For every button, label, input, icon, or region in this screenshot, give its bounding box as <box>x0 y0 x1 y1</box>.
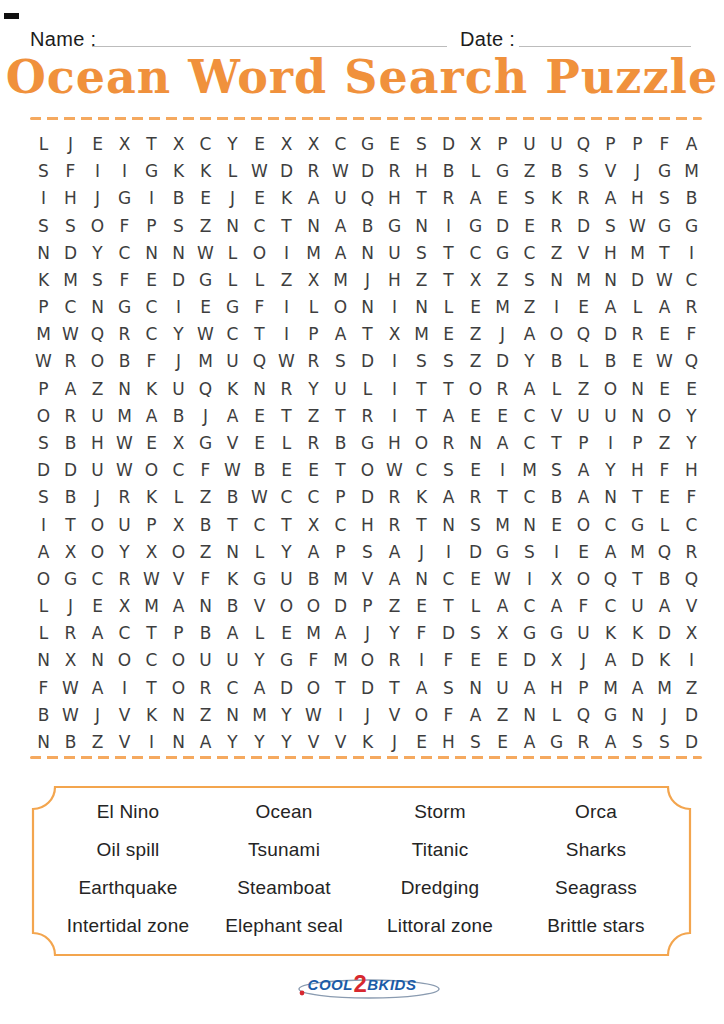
grid-cell-r1c7[interactable]: C <box>192 131 219 158</box>
grid-cell-r6c10[interactable]: Z <box>273 267 300 294</box>
grid-cell-r1c10[interactable]: X <box>273 131 300 158</box>
grid-cell-r22c6[interactable]: N <box>165 702 192 729</box>
grid-cell-r22c15[interactable]: O <box>408 702 435 729</box>
grid-cell-r7c24[interactable]: A <box>651 294 678 321</box>
grid-cell-r23c20[interactable]: G <box>543 729 570 756</box>
grid-cell-r4c5[interactable]: P <box>138 213 165 240</box>
grid-cell-r14c12[interactable]: P <box>327 484 354 511</box>
grid-cell-r11c13[interactable]: R <box>354 403 381 430</box>
grid-cell-r10c2[interactable]: A <box>57 376 84 403</box>
grid-cell-r17c25[interactable]: Q <box>678 566 705 593</box>
grid-cell-r13c1[interactable]: D <box>30 457 57 484</box>
grid-cell-r5c25[interactable]: I <box>678 240 705 267</box>
grid-cell-r23c23[interactable]: S <box>624 729 651 756</box>
grid-cell-r17c8[interactable]: K <box>219 566 246 593</box>
grid-cell-r12c5[interactable]: E <box>138 430 165 457</box>
grid-cell-r11c11[interactable]: Z <box>300 403 327 430</box>
grid-cell-r2c18[interactable]: G <box>489 158 516 185</box>
grid-cell-r23c25[interactable]: D <box>678 729 705 756</box>
grid-cell-r17c19[interactable]: I <box>516 566 543 593</box>
grid-cell-r14c2[interactable]: B <box>57 484 84 511</box>
grid-cell-r20c7[interactable]: U <box>192 647 219 674</box>
grid-cell-r22c7[interactable]: Z <box>192 702 219 729</box>
grid-cell-r14c7[interactable]: Z <box>192 484 219 511</box>
grid-cell-r11c4[interactable]: M <box>111 403 138 430</box>
grid-cell-r16c8[interactable]: N <box>219 539 246 566</box>
grid-cell-r5c14[interactable]: U <box>381 240 408 267</box>
grid-cell-r11c2[interactable]: R <box>57 403 84 430</box>
grid-cell-r19c15[interactable]: F <box>408 620 435 647</box>
grid-cell-r2c19[interactable]: Z <box>516 158 543 185</box>
grid-cell-r17c18[interactable]: W <box>489 566 516 593</box>
grid-cell-r14c25[interactable]: F <box>678 484 705 511</box>
grid-cell-r4c4[interactable]: F <box>111 213 138 240</box>
grid-cell-r13c9[interactable]: B <box>246 457 273 484</box>
grid-cell-r15c21[interactable]: O <box>570 511 597 538</box>
grid-cell-r2c2[interactable]: F <box>57 158 84 185</box>
grid-cell-r6c18[interactable]: Z <box>489 267 516 294</box>
grid-cell-r17c20[interactable]: X <box>543 566 570 593</box>
grid-cell-r13c19[interactable]: M <box>516 457 543 484</box>
grid-cell-r18c12[interactable]: D <box>327 593 354 620</box>
grid-cell-r10c25[interactable]: E <box>678 376 705 403</box>
grid-cell-r10c23[interactable]: N <box>624 376 651 403</box>
grid-cell-r4c16[interactable]: I <box>435 213 462 240</box>
grid-cell-r6c2[interactable]: M <box>57 267 84 294</box>
grid-cell-r12c1[interactable]: S <box>30 430 57 457</box>
grid-cell-r20c24[interactable]: K <box>651 647 678 674</box>
grid-cell-r20c17[interactable]: E <box>462 647 489 674</box>
grid-cell-r8c11[interactable]: P <box>300 321 327 348</box>
grid-cell-r8c16[interactable]: E <box>435 321 462 348</box>
grid-cell-r6c17[interactable]: X <box>462 267 489 294</box>
grid-cell-r12c19[interactable]: C <box>516 430 543 457</box>
grid-cell-r19c24[interactable]: D <box>651 620 678 647</box>
grid-cell-r3c2[interactable]: H <box>57 185 84 212</box>
grid-cell-r20c25[interactable]: I <box>678 647 705 674</box>
grid-cell-r12c23[interactable]: P <box>624 430 651 457</box>
grid-cell-r10c8[interactable]: K <box>219 376 246 403</box>
grid-cell-r21c23[interactable]: A <box>624 674 651 701</box>
grid-cell-r4c1[interactable]: S <box>30 213 57 240</box>
grid-cell-r13c16[interactable]: S <box>435 457 462 484</box>
grid-cell-r1c22[interactable]: P <box>597 131 624 158</box>
grid-cell-r18c4[interactable]: X <box>111 593 138 620</box>
grid-cell-r20c9[interactable]: Y <box>246 647 273 674</box>
grid-cell-r21c7[interactable]: R <box>192 674 219 701</box>
grid-cell-r5c3[interactable]: Y <box>84 240 111 267</box>
grid-cell-r8c17[interactable]: Z <box>462 321 489 348</box>
grid-cell-r10c11[interactable]: Y <box>300 376 327 403</box>
grid-cell-r14c16[interactable]: A <box>435 484 462 511</box>
grid-cell-r3c9[interactable]: E <box>246 185 273 212</box>
grid-cell-r15c8[interactable]: T <box>219 511 246 538</box>
grid-cell-r11c8[interactable]: A <box>219 403 246 430</box>
grid-cell-r13c4[interactable]: W <box>111 457 138 484</box>
grid-cell-r20c13[interactable]: O <box>354 647 381 674</box>
grid-cell-r18c5[interactable]: M <box>138 593 165 620</box>
grid-cell-r15c3[interactable]: O <box>84 511 111 538</box>
grid-cell-r8c9[interactable]: T <box>246 321 273 348</box>
grid-cell-r13c3[interactable]: U <box>84 457 111 484</box>
grid-cell-r23c5[interactable]: I <box>138 729 165 756</box>
grid-cell-r11c14[interactable]: I <box>381 403 408 430</box>
grid-cell-r21c19[interactable]: A <box>516 674 543 701</box>
grid-cell-r7c4[interactable]: G <box>111 294 138 321</box>
grid-cell-r15c10[interactable]: T <box>273 511 300 538</box>
grid-cell-r10c14[interactable]: I <box>381 376 408 403</box>
grid-cell-r6c24[interactable]: W <box>651 267 678 294</box>
grid-cell-r20c4[interactable]: O <box>111 647 138 674</box>
grid-cell-r13c2[interactable]: D <box>57 457 84 484</box>
grid-cell-r9c11[interactable]: R <box>300 348 327 375</box>
grid-cell-r6c1[interactable]: K <box>30 267 57 294</box>
grid-cell-r20c23[interactable]: D <box>624 647 651 674</box>
grid-cell-r2c10[interactable]: D <box>273 158 300 185</box>
grid-cell-r22c18[interactable]: Z <box>489 702 516 729</box>
grid-cell-r21c12[interactable]: T <box>327 674 354 701</box>
grid-cell-r14c11[interactable]: C <box>300 484 327 511</box>
grid-cell-r20c1[interactable]: N <box>30 647 57 674</box>
grid-cell-r15c24[interactable]: L <box>651 511 678 538</box>
grid-cell-r14c1[interactable]: S <box>30 484 57 511</box>
grid-cell-r10c21[interactable]: Z <box>570 376 597 403</box>
grid-cell-r23c8[interactable]: Y <box>219 729 246 756</box>
grid-cell-r4c20[interactable]: R <box>543 213 570 240</box>
grid-cell-r8c12[interactable]: A <box>327 321 354 348</box>
grid-cell-r21c14[interactable]: T <box>381 674 408 701</box>
grid-cell-r6c22[interactable]: N <box>597 267 624 294</box>
grid-cell-r10c19[interactable]: A <box>516 376 543 403</box>
grid-cell-r16c16[interactable]: I <box>435 539 462 566</box>
grid-cell-r11c23[interactable]: N <box>624 403 651 430</box>
grid-cell-r10c22[interactable]: O <box>597 376 624 403</box>
grid-cell-r7c25[interactable]: R <box>678 294 705 321</box>
grid-cell-r11c9[interactable]: E <box>246 403 273 430</box>
grid-cell-r23c9[interactable]: Y <box>246 729 273 756</box>
grid-cell-r14c13[interactable]: D <box>354 484 381 511</box>
grid-cell-r2c9[interactable]: W <box>246 158 273 185</box>
grid-cell-r4c19[interactable]: E <box>516 213 543 240</box>
grid-cell-r16c14[interactable]: A <box>381 539 408 566</box>
grid-cell-r3c5[interactable]: I <box>138 185 165 212</box>
grid-cell-r7c15[interactable]: N <box>408 294 435 321</box>
grid-cell-r13c8[interactable]: W <box>219 457 246 484</box>
grid-cell-r17c22[interactable]: Q <box>597 566 624 593</box>
grid-cell-r19c13[interactable]: J <box>354 620 381 647</box>
grid-cell-r16c21[interactable]: E <box>570 539 597 566</box>
grid-cell-r13c11[interactable]: E <box>300 457 327 484</box>
grid-cell-r4c3[interactable]: O <box>84 213 111 240</box>
grid-cell-r8c4[interactable]: R <box>111 321 138 348</box>
grid-cell-r9c12[interactable]: S <box>327 348 354 375</box>
grid-cell-r17c14[interactable]: A <box>381 566 408 593</box>
grid-cell-r16c2[interactable]: X <box>57 539 84 566</box>
grid-cell-r18c11[interactable]: O <box>300 593 327 620</box>
grid-cell-r6c5[interactable]: E <box>138 267 165 294</box>
grid-cell-r22c13[interactable]: J <box>354 702 381 729</box>
grid-cell-r10c1[interactable]: P <box>30 376 57 403</box>
grid-cell-r16c1[interactable]: A <box>30 539 57 566</box>
grid-cell-r21c16[interactable]: S <box>435 674 462 701</box>
grid-cell-r15c14[interactable]: R <box>381 511 408 538</box>
grid-cell-r16c15[interactable]: J <box>408 539 435 566</box>
grid-cell-r4c18[interactable]: D <box>489 213 516 240</box>
grid-cell-r18c10[interactable]: O <box>273 593 300 620</box>
grid-cell-r7c16[interactable]: L <box>435 294 462 321</box>
grid-cell-r19c12[interactable]: A <box>327 620 354 647</box>
grid-cell-r18c2[interactable]: J <box>57 593 84 620</box>
grid-cell-r2c4[interactable]: I <box>111 158 138 185</box>
grid-cell-r18c20[interactable]: A <box>543 593 570 620</box>
grid-cell-r23c22[interactable]: A <box>597 729 624 756</box>
grid-cell-r19c1[interactable]: L <box>30 620 57 647</box>
grid-cell-r3c14[interactable]: H <box>381 185 408 212</box>
grid-cell-r8c24[interactable]: E <box>651 321 678 348</box>
grid-cell-r19c11[interactable]: M <box>300 620 327 647</box>
grid-cell-r15c5[interactable]: P <box>138 511 165 538</box>
grid-cell-r22c9[interactable]: M <box>246 702 273 729</box>
grid-cell-r18c15[interactable]: E <box>408 593 435 620</box>
grid-cell-r19c3[interactable]: A <box>84 620 111 647</box>
grid-cell-r14c8[interactable]: B <box>219 484 246 511</box>
grid-cell-r20c15[interactable]: I <box>408 647 435 674</box>
grid-cell-r11c19[interactable]: C <box>516 403 543 430</box>
grid-cell-r18c24[interactable]: A <box>651 593 678 620</box>
grid-cell-r18c19[interactable]: C <box>516 593 543 620</box>
grid-cell-r18c14[interactable]: Z <box>381 593 408 620</box>
grid-cell-r14c22[interactable]: N <box>597 484 624 511</box>
grid-cell-r13c24[interactable]: F <box>651 457 678 484</box>
grid-cell-r12c10[interactable]: L <box>273 430 300 457</box>
grid-cell-r23c12[interactable]: V <box>327 729 354 756</box>
grid-cell-r23c15[interactable]: E <box>408 729 435 756</box>
grid-cell-r17c12[interactable]: M <box>327 566 354 593</box>
grid-cell-r5c5[interactable]: N <box>138 240 165 267</box>
grid-cell-r14c23[interactable]: T <box>624 484 651 511</box>
grid-cell-r17c4[interactable]: R <box>111 566 138 593</box>
grid-cell-r8c13[interactable]: T <box>354 321 381 348</box>
grid-cell-r8c15[interactable]: M <box>408 321 435 348</box>
grid-cell-r1c2[interactable]: J <box>57 131 84 158</box>
grid-cell-r13c6[interactable]: C <box>165 457 192 484</box>
grid-cell-r16c25[interactable]: R <box>678 539 705 566</box>
grid-cell-r4c24[interactable]: G <box>651 213 678 240</box>
grid-cell-r6c23[interactable]: D <box>624 267 651 294</box>
grid-cell-r7c12[interactable]: O <box>327 294 354 321</box>
grid-cell-r20c21[interactable]: J <box>570 647 597 674</box>
grid-cell-r17c24[interactable]: B <box>651 566 678 593</box>
grid-cell-r23c14[interactable]: J <box>381 729 408 756</box>
grid-cell-r9c10[interactable]: W <box>273 348 300 375</box>
grid-cell-r16c5[interactable]: X <box>138 539 165 566</box>
grid-cell-r7c22[interactable]: A <box>597 294 624 321</box>
grid-cell-r10c13[interactable]: L <box>354 376 381 403</box>
grid-cell-r12c18[interactable]: A <box>489 430 516 457</box>
grid-cell-r4c13[interactable]: B <box>354 213 381 240</box>
grid-cell-r11c10[interactable]: T <box>273 403 300 430</box>
grid-cell-r15c4[interactable]: U <box>111 511 138 538</box>
grid-cell-r2c14[interactable]: R <box>381 158 408 185</box>
grid-cell-r9c25[interactable]: Q <box>678 348 705 375</box>
grid-cell-r22c12[interactable]: I <box>327 702 354 729</box>
grid-cell-r2c7[interactable]: K <box>192 158 219 185</box>
grid-cell-r15c23[interactable]: G <box>624 511 651 538</box>
grid-cell-r10c4[interactable]: N <box>111 376 138 403</box>
grid-cell-r13c12[interactable]: T <box>327 457 354 484</box>
grid-cell-r3c10[interactable]: K <box>273 185 300 212</box>
grid-cell-r15c25[interactable]: C <box>678 511 705 538</box>
grid-cell-r5c4[interactable]: C <box>111 240 138 267</box>
grid-cell-r4c8[interactable]: N <box>219 213 246 240</box>
grid-cell-r16c11[interactable]: A <box>300 539 327 566</box>
grid-cell-r12c7[interactable]: G <box>192 430 219 457</box>
grid-cell-r15c13[interactable]: H <box>354 511 381 538</box>
grid-cell-r6c16[interactable]: T <box>435 267 462 294</box>
grid-cell-r19c23[interactable]: K <box>624 620 651 647</box>
grid-cell-r9c16[interactable]: S <box>435 348 462 375</box>
grid-cell-r14c17[interactable]: R <box>462 484 489 511</box>
grid-cell-r5c7[interactable]: W <box>192 240 219 267</box>
grid-cell-r21c20[interactable]: H <box>543 674 570 701</box>
grid-cell-r19c8[interactable]: A <box>219 620 246 647</box>
grid-cell-r18c16[interactable]: T <box>435 593 462 620</box>
grid-cell-r5c6[interactable]: N <box>165 240 192 267</box>
grid-cell-r7c9[interactable]: F <box>246 294 273 321</box>
grid-cell-r17c10[interactable]: U <box>273 566 300 593</box>
grid-cell-r3c24[interactable]: S <box>651 185 678 212</box>
grid-cell-r2c1[interactable]: S <box>30 158 57 185</box>
grid-cell-r7c17[interactable]: E <box>462 294 489 321</box>
grid-cell-r10c5[interactable]: K <box>138 376 165 403</box>
grid-cell-r6c7[interactable]: G <box>192 267 219 294</box>
grid-cell-r14c19[interactable]: C <box>516 484 543 511</box>
grid-cell-r10c3[interactable]: Z <box>84 376 111 403</box>
grid-cell-r8c3[interactable]: Q <box>84 321 111 348</box>
grid-cell-r20c12[interactable]: M <box>327 647 354 674</box>
grid-cell-r11c21[interactable]: U <box>570 403 597 430</box>
grid-cell-r23c17[interactable]: S <box>462 729 489 756</box>
grid-cell-r19c16[interactable]: D <box>435 620 462 647</box>
grid-cell-r1c24[interactable]: F <box>651 131 678 158</box>
grid-cell-r7c2[interactable]: C <box>57 294 84 321</box>
grid-cell-r15c18[interactable]: M <box>489 511 516 538</box>
grid-cell-r3c3[interactable]: J <box>84 185 111 212</box>
grid-cell-r1c1[interactable]: L <box>30 131 57 158</box>
grid-cell-r9c24[interactable]: W <box>651 348 678 375</box>
grid-cell-r11c20[interactable]: V <box>543 403 570 430</box>
grid-cell-r22c20[interactable]: L <box>543 702 570 729</box>
grid-cell-r16c6[interactable]: O <box>165 539 192 566</box>
grid-cell-r15c7[interactable]: B <box>192 511 219 538</box>
grid-cell-r1c18[interactable]: P <box>489 131 516 158</box>
grid-cell-r16c4[interactable]: Y <box>111 539 138 566</box>
grid-cell-r9c5[interactable]: F <box>138 348 165 375</box>
grid-cell-r15c19[interactable]: N <box>516 511 543 538</box>
grid-cell-r22c1[interactable]: B <box>30 702 57 729</box>
grid-cell-r8c21[interactable]: Q <box>570 321 597 348</box>
grid-cell-r3c18[interactable]: E <box>489 185 516 212</box>
grid-cell-r22c19[interactable]: N <box>516 702 543 729</box>
grid-cell-r19c10[interactable]: E <box>273 620 300 647</box>
grid-cell-r18c21[interactable]: F <box>570 593 597 620</box>
grid-cell-r23c19[interactable]: A <box>516 729 543 756</box>
grid-cell-r13c23[interactable]: H <box>624 457 651 484</box>
grid-cell-r21c10[interactable]: D <box>273 674 300 701</box>
grid-cell-r13c7[interactable]: F <box>192 457 219 484</box>
grid-cell-r20c14[interactable]: R <box>381 647 408 674</box>
grid-cell-r3c20[interactable]: K <box>543 185 570 212</box>
grid-cell-r5c22[interactable]: H <box>597 240 624 267</box>
grid-cell-r2c20[interactable]: B <box>543 158 570 185</box>
grid-cell-r5c18[interactable]: G <box>489 240 516 267</box>
grid-cell-r16c3[interactable]: O <box>84 539 111 566</box>
grid-cell-r8c25[interactable]: F <box>678 321 705 348</box>
grid-cell-r1c23[interactable]: P <box>624 131 651 158</box>
grid-cell-r2c11[interactable]: R <box>300 158 327 185</box>
date-input-line[interactable] <box>519 46 691 47</box>
grid-cell-r22c22[interactable]: G <box>597 702 624 729</box>
grid-cell-r12c13[interactable]: G <box>354 430 381 457</box>
grid-cell-r8c1[interactable]: M <box>30 321 57 348</box>
grid-cell-r4c14[interactable]: G <box>381 213 408 240</box>
grid-cell-r6c3[interactable]: S <box>84 267 111 294</box>
grid-cell-r10c16[interactable]: T <box>435 376 462 403</box>
grid-cell-r5c13[interactable]: N <box>354 240 381 267</box>
grid-cell-r10c9[interactable]: N <box>246 376 273 403</box>
grid-cell-r21c3[interactable]: A <box>84 674 111 701</box>
grid-cell-r6c21[interactable]: M <box>570 267 597 294</box>
grid-cell-r15c15[interactable]: T <box>408 511 435 538</box>
name-input-line[interactable] <box>92 46 447 47</box>
grid-cell-r20c2[interactable]: X <box>57 647 84 674</box>
grid-cell-r4c9[interactable]: C <box>246 213 273 240</box>
grid-cell-r11c6[interactable]: B <box>165 403 192 430</box>
grid-cell-r21c13[interactable]: D <box>354 674 381 701</box>
grid-cell-r22c24[interactable]: J <box>651 702 678 729</box>
grid-cell-r18c13[interactable]: P <box>354 593 381 620</box>
grid-cell-r15c2[interactable]: T <box>57 511 84 538</box>
grid-cell-r20c3[interactable]: N <box>84 647 111 674</box>
grid-cell-r5c8[interactable]: L <box>219 240 246 267</box>
grid-cell-r12c9[interactable]: E <box>246 430 273 457</box>
grid-cell-r9c21[interactable]: L <box>570 348 597 375</box>
grid-cell-r22c16[interactable]: F <box>435 702 462 729</box>
grid-cell-r3c12[interactable]: U <box>327 185 354 212</box>
grid-cell-r20c10[interactable]: G <box>273 647 300 674</box>
grid-cell-r12c22[interactable]: I <box>597 430 624 457</box>
grid-cell-r14c21[interactable]: A <box>570 484 597 511</box>
grid-cell-r20c16[interactable]: F <box>435 647 462 674</box>
grid-cell-r1c11[interactable]: X <box>300 131 327 158</box>
grid-cell-r10c7[interactable]: Q <box>192 376 219 403</box>
grid-cell-r7c10[interactable]: I <box>273 294 300 321</box>
grid-cell-r6c11[interactable]: X <box>300 267 327 294</box>
grid-cell-r15c16[interactable]: N <box>435 511 462 538</box>
grid-cell-r21c25[interactable]: Z <box>678 674 705 701</box>
grid-cell-r15c17[interactable]: S <box>462 511 489 538</box>
grid-cell-r23c10[interactable]: Y <box>273 729 300 756</box>
grid-cell-r13c14[interactable]: W <box>381 457 408 484</box>
grid-cell-r12c21[interactable]: P <box>570 430 597 457</box>
grid-cell-r14c14[interactable]: R <box>381 484 408 511</box>
grid-cell-r4c17[interactable]: G <box>462 213 489 240</box>
grid-cell-r18c23[interactable]: U <box>624 593 651 620</box>
grid-cell-r1c25[interactable]: A <box>678 131 705 158</box>
grid-cell-r13c5[interactable]: O <box>138 457 165 484</box>
grid-cell-r11c15[interactable]: T <box>408 403 435 430</box>
grid-cell-r9c15[interactable]: S <box>408 348 435 375</box>
